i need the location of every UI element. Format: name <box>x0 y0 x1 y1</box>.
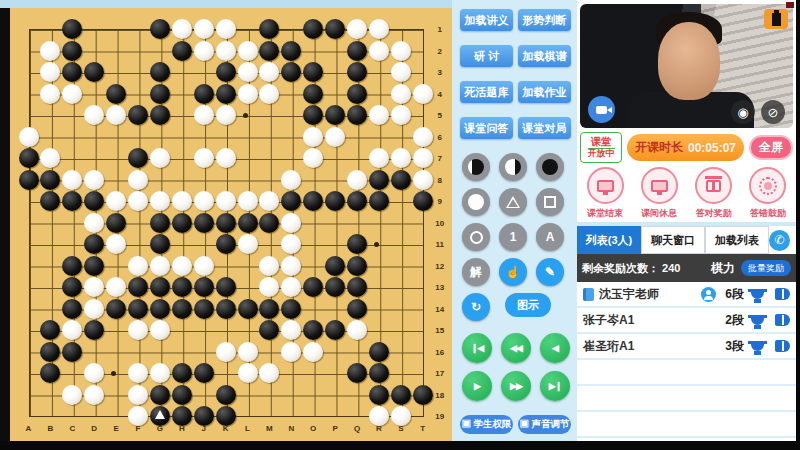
black-stone-A7 <box>19 148 39 168</box>
white-stone-L2 <box>238 41 258 61</box>
white-stone-S4 <box>391 84 411 104</box>
fast-forward-button[interactable]: ▶▶ <box>501 371 531 401</box>
black-stone-G19 <box>150 406 170 426</box>
white-stone-F18 <box>128 385 148 405</box>
mute-bell-button[interactable]: ⊘ <box>761 100 785 124</box>
white-stone-T8 <box>413 170 433 190</box>
row-label: 9 <box>433 197 447 206</box>
hoshi-point <box>374 242 379 247</box>
book-icon[interactable] <box>775 288 790 300</box>
black-stone-A8 <box>19 170 39 190</box>
white-stone-E13 <box>106 277 126 297</box>
step-back-button[interactable]: ◀ <box>540 333 570 363</box>
column-label: B <box>44 424 56 433</box>
white-stone-G17 <box>150 363 170 383</box>
student-rank: 3段 <box>725 338 744 355</box>
panel-button-加载作业[interactable]: 加载作业 <box>518 81 571 103</box>
white-stone-D10 <box>84 213 104 233</box>
white-stone-R7 <box>369 148 389 168</box>
number-label-tool[interactable]: 1 <box>499 223 527 251</box>
row-label: 19 <box>433 412 447 421</box>
white-stone-R5 <box>369 105 389 125</box>
row-label: 2 <box>433 47 447 56</box>
column-label: F <box>132 424 144 433</box>
black-stone-S18 <box>391 385 411 405</box>
black-stone-T18 <box>413 385 433 405</box>
column-label: C <box>66 424 78 433</box>
black-stone-G4 <box>150 84 170 104</box>
black-stone-J17 <box>194 363 214 383</box>
white-stone-J12 <box>194 256 214 276</box>
black-stone-E4 <box>106 84 126 104</box>
row-label: 8 <box>433 176 447 185</box>
black-stone-G13 <box>150 277 170 297</box>
black-stone-K3 <box>216 62 236 82</box>
alt-black-stone-tool[interactable] <box>462 153 490 181</box>
black-stone-Q17 <box>347 363 367 383</box>
student-rank: 2段 <box>725 312 744 329</box>
white-stone-K9 <box>216 191 236 211</box>
black-stone-H19 <box>172 406 192 426</box>
black-stone-G11 <box>150 234 170 254</box>
column-label: G <box>154 424 166 433</box>
left-edge <box>0 8 10 442</box>
white-stone-E5 <box>106 105 126 125</box>
camera-icon <box>596 106 607 114</box>
black-stone-D12 <box>84 256 104 276</box>
column-label: Q <box>351 424 363 433</box>
white-stone-L9 <box>238 191 258 211</box>
battery-indicator <box>764 9 788 29</box>
white-stone-S5 <box>391 105 411 125</box>
black-stone-M2 <box>259 41 279 61</box>
white-stone-L4 <box>238 84 258 104</box>
white-stone-tool[interactable] <box>462 188 490 216</box>
black-stone-P1 <box>325 19 345 39</box>
row-label: 14 <box>433 305 447 314</box>
row-label: 10 <box>433 219 447 228</box>
white-stone-F9 <box>128 191 148 211</box>
black-stone-H14 <box>172 299 192 319</box>
panel-button-研 讨[interactable]: 研 讨 <box>460 45 513 67</box>
white-stone-D14 <box>84 299 104 319</box>
white-stone-C8 <box>62 170 82 190</box>
white-stone-R19 <box>369 406 389 426</box>
white-stone-S3 <box>391 62 411 82</box>
black-stone-G5 <box>150 105 170 125</box>
black-stone-C2 <box>62 41 82 61</box>
black-stone-F5 <box>128 105 148 125</box>
white-stone-F8 <box>128 170 148 190</box>
black-stone-J19 <box>194 406 214 426</box>
pointer-tool[interactable]: ☝ <box>499 258 527 286</box>
black-stone-C14 <box>62 299 82 319</box>
black-stone-G3 <box>150 62 170 82</box>
black-stone-Q11 <box>347 234 367 254</box>
black-stone-R16 <box>369 342 389 362</box>
fast-rewind-button[interactable]: ◀◀ <box>501 333 531 363</box>
row-label: 15 <box>433 326 447 335</box>
white-stone-G12 <box>150 256 170 276</box>
white-stone-F19 <box>128 406 148 426</box>
black-stone-R8 <box>369 170 389 190</box>
white-stone-Q15 <box>347 320 367 340</box>
white-stone-G15 <box>150 320 170 340</box>
square-icon <box>544 196 556 208</box>
column-label: H <box>176 424 188 433</box>
column-label: P <box>329 424 341 433</box>
row-label: 13 <box>433 283 447 292</box>
remaining-rewards: 剩余奖励次数： 240 <box>582 261 705 276</box>
hand-icon: ☝ <box>506 265 521 279</box>
triangle-mark-tool[interactable] <box>499 188 527 216</box>
row-label: 12 <box>433 262 447 271</box>
panel-button-加载讲义[interactable]: 加载讲义 <box>460 9 513 31</box>
book-icon[interactable] <box>775 340 790 352</box>
white-stone-N8 <box>281 170 301 190</box>
black-stone-T9 <box>413 191 433 211</box>
skip-start-button[interactable]: ❙◀ <box>462 333 492 363</box>
black-stone-G10 <box>150 213 170 233</box>
white-stone-F15 <box>128 320 148 340</box>
brush-icon: ✎ <box>545 265 555 279</box>
tab-聊天窗口[interactable]: 聊天窗口 <box>641 226 705 254</box>
student-row[interactable]: 崔圣珩A13段 <box>577 334 796 360</box>
letter-label-tool[interactable]: A <box>536 223 564 251</box>
black-stone-J10 <box>194 213 214 233</box>
action-课堂结束[interactable]: 课堂结束 <box>580 167 630 220</box>
column-label: M <box>263 424 275 433</box>
panel-button-课堂对局[interactable]: 课堂对局 <box>518 117 571 139</box>
empty-row <box>577 412 796 438</box>
white-stone-K16 <box>216 342 236 362</box>
black-stone-N14 <box>281 299 301 319</box>
white-stone-J5 <box>194 105 214 125</box>
black-stone-P12 <box>325 256 345 276</box>
circle-mark-tool[interactable] <box>462 223 490 251</box>
class-open-badge: 课堂 开放中 <box>580 132 622 163</box>
white-stone-E9 <box>106 191 126 211</box>
white-stone-K7 <box>216 148 236 168</box>
empty-row <box>577 386 796 412</box>
white-stone-F17 <box>128 363 148 383</box>
trophy-icon[interactable] <box>751 315 764 325</box>
video-call-button[interactable] <box>588 96 615 123</box>
black-stone-E14 <box>106 299 126 319</box>
black-stone-H18 <box>172 385 192 405</box>
black-stone-Q5 <box>347 105 367 125</box>
white-stone-S19 <box>391 406 411 426</box>
white-stone-K5 <box>216 105 236 125</box>
white-stone-H1 <box>172 19 192 39</box>
black-stone-R9 <box>369 191 389 211</box>
right-edge <box>796 0 800 450</box>
white-stone-B4 <box>40 84 60 104</box>
white-stone-L3 <box>238 62 258 82</box>
white-stone-D8 <box>84 170 104 190</box>
white-stone-R1 <box>369 19 389 39</box>
circle-icon <box>470 231 483 244</box>
black-stone-Q13 <box>347 277 367 297</box>
reward-info-bar: 剩余奖励次数： 240 棋力 批量奖励 <box>577 254 796 282</box>
row-label: 16 <box>433 348 447 357</box>
play-button[interactable]: ▶ <box>462 371 492 401</box>
black-stone-K10 <box>216 213 236 233</box>
white-stone-J7 <box>194 148 214 168</box>
black-stone-R18 <box>369 385 389 405</box>
column-label: O <box>307 424 319 433</box>
teacher-face <box>658 22 720 100</box>
triangle-icon <box>506 196 520 208</box>
notebook-icon <box>583 288 594 301</box>
white-stone-H9 <box>172 191 192 211</box>
white-stone-A6 <box>19 127 39 147</box>
hoshi-point <box>111 371 116 376</box>
refresh-tool[interactable]: ↻ <box>462 293 490 321</box>
medal-icon <box>759 177 777 195</box>
column-label: S <box>395 424 407 433</box>
black-stone-B16 <box>40 342 60 362</box>
black-stone-J4 <box>194 84 214 104</box>
white-stone-J2 <box>194 41 214 61</box>
white-stone-R2 <box>369 41 389 61</box>
black-stone-G14 <box>150 299 170 319</box>
hoshi-point <box>243 113 248 118</box>
black-stone-P15 <box>325 320 345 340</box>
white-stone-T6 <box>413 127 433 147</box>
white-stone-D18 <box>84 385 104 405</box>
white-stone-C18 <box>62 385 82 405</box>
teacher-video: ◉ ⊘ <box>580 4 793 128</box>
black-stone-L14 <box>238 299 258 319</box>
black-stone-tool[interactable] <box>536 153 564 181</box>
brush-tool[interactable]: ✎ <box>536 258 564 286</box>
app-window: ABCDEFGHJKLMNOPQRST123456789101112131415… <box>0 0 800 450</box>
white-stone-J1 <box>194 19 214 39</box>
last-move-marker <box>155 410 165 419</box>
white-stone-P6 <box>325 127 345 147</box>
tab-列表(3人)[interactable]: 列表(3人) <box>577 226 641 254</box>
panel-button-加载棋谱[interactable]: 加载棋谱 <box>518 45 571 67</box>
white-stone-L16 <box>238 342 258 362</box>
panel-button-死活题库[interactable]: 死活题库 <box>460 81 513 103</box>
phone-icon[interactable]: ✆ <box>769 230 790 251</box>
column-label: J <box>198 424 210 433</box>
student-row[interactable]: 沈玉宇老师6段 <box>577 282 796 308</box>
white-stone-B2 <box>40 41 60 61</box>
window-bottom-bar <box>0 441 800 450</box>
white-stone-K1 <box>216 19 236 39</box>
row-label: 7 <box>433 154 447 163</box>
black-stone-P5 <box>325 105 345 125</box>
white-stone-S2 <box>391 41 411 61</box>
row-label: 5 <box>433 111 447 120</box>
white-stone-J9 <box>194 191 214 211</box>
black-stone-P13 <box>325 277 345 297</box>
white-stone-Q8 <box>347 170 367 190</box>
column-label: D <box>88 424 100 433</box>
black-stone-B8 <box>40 170 60 190</box>
white-stone-N12 <box>281 256 301 276</box>
skip-end-button[interactable]: ▶❙ <box>540 371 570 401</box>
square-mark-tool[interactable] <box>536 188 564 216</box>
black-stone-Q9 <box>347 191 367 211</box>
white-stone-C4 <box>62 84 82 104</box>
trophy-icon[interactable] <box>751 289 764 299</box>
row-label: 17 <box>433 369 447 378</box>
diagram-button[interactable]: 图示 <box>505 293 551 317</box>
black-stone-K4 <box>216 84 236 104</box>
student-name: 张子岑A1 <box>583 312 634 329</box>
black-stone-G1 <box>150 19 170 39</box>
tab-加载列表[interactable]: 加载列表 <box>705 226 769 254</box>
black-stone-J14 <box>194 299 214 319</box>
trophy-icon[interactable] <box>751 341 764 351</box>
black-stone-K18 <box>216 385 236 405</box>
fullscreen-button[interactable]: 全屏 <box>749 135 793 160</box>
row-label: 3 <box>433 68 447 77</box>
row-label: 18 <box>433 391 447 400</box>
column-label: A <box>23 424 35 433</box>
row-label: 1 <box>433 25 447 34</box>
alt-white-stone-tool[interactable] <box>499 153 527 181</box>
column-label: R <box>373 424 385 433</box>
white-stone-M4 <box>259 84 279 104</box>
black-stone-H10 <box>172 213 192 233</box>
class-duration: 开课时长 00:05:07 <box>627 134 744 161</box>
student-name: 崔圣珩A1 <box>583 338 634 355</box>
panel-button-课堂问答[interactable]: 课堂问答 <box>460 117 513 139</box>
white-stone-K2 <box>216 41 236 61</box>
row-label: 6 <box>433 133 447 142</box>
panel-button-形势判断[interactable]: 形势判断 <box>518 9 571 31</box>
black-stone-F13 <box>128 277 148 297</box>
record-indicator <box>786 2 794 8</box>
black-stone-H13 <box>172 277 192 297</box>
white-stone-N16 <box>281 342 301 362</box>
white-stone-T4 <box>413 84 433 104</box>
black-stone-Q12 <box>347 256 367 276</box>
black-stone-Q4 <box>347 84 367 104</box>
white-stone-Q1 <box>347 19 367 39</box>
black-stone-K19 <box>216 406 236 426</box>
black-stone-C12 <box>62 256 82 276</box>
black-stone-L10 <box>238 213 258 233</box>
panel-button-声音调节[interactable]: ▣ 声音调节 <box>518 415 571 434</box>
action-答对奖励[interactable]: 答对奖励 <box>689 167 739 220</box>
answer-tool[interactable]: 解 <box>462 258 490 286</box>
white-stone-S7 <box>391 148 411 168</box>
black-stone-M10 <box>259 213 279 233</box>
refresh-icon: ↻ <box>471 300 481 314</box>
go-board[interactable]: ABCDEFGHJKLMNOPQRST123456789101112131415… <box>10 8 452 441</box>
column-label: T <box>417 424 429 433</box>
column-label: N <box>285 424 297 433</box>
black-stone-K11 <box>216 234 236 254</box>
black-stone-O4 <box>303 84 323 104</box>
white-stone-O16 <box>303 342 323 362</box>
gift-icon <box>706 180 721 192</box>
black-stone-Q14 <box>347 299 367 319</box>
black-stone-S8 <box>391 170 411 190</box>
white-stone-L11 <box>238 234 258 254</box>
panel-button-学生权限[interactable]: ▣ 学生权限 <box>460 415 513 434</box>
white-stone-N10 <box>281 213 301 233</box>
column-label: E <box>110 424 122 433</box>
black-stone-G18 <box>150 385 170 405</box>
student-rank: 6段 <box>725 286 744 303</box>
monitor-icon <box>651 180 668 192</box>
white-stone-O6 <box>303 127 323 147</box>
white-stone-M12 <box>259 256 279 276</box>
black-stone-J13 <box>194 277 214 297</box>
action-答错鼓励[interactable]: 答错鼓励 <box>743 167 793 220</box>
monitor-icon <box>597 180 614 192</box>
black-stone-M14 <box>259 299 279 319</box>
white-stone-F12 <box>128 256 148 276</box>
black-stone-Q3 <box>347 62 367 82</box>
book-icon[interactable] <box>775 314 790 326</box>
batch-reward-button[interactable]: 批量奖励 <box>741 260 791 276</box>
black-stone-R17 <box>369 363 389 383</box>
classroom-panel: ◉ ⊘ 课堂 开放中 开课时长 00:05:07 全屏 课堂结束课间休息答对奖励… <box>577 0 796 441</box>
switch-camera-button[interactable]: ◉ <box>731 100 755 124</box>
black-stone-K14 <box>216 299 236 319</box>
row-label: 11 <box>433 240 447 249</box>
black-stone-E10 <box>106 213 126 233</box>
white-stone-H12 <box>172 256 192 276</box>
black-stone-F14 <box>128 299 148 319</box>
column-label: K <box>220 424 232 433</box>
black-stone-C16 <box>62 342 82 362</box>
empty-row <box>577 360 796 386</box>
person-icon <box>701 287 716 302</box>
black-stone-P9 <box>325 191 345 211</box>
black-stone-H17 <box>172 363 192 383</box>
white-stone-E11 <box>106 234 126 254</box>
column-label: L <box>242 424 254 433</box>
row-label: 4 <box>433 90 447 99</box>
black-stone-H2 <box>172 41 192 61</box>
student-row[interactable]: 张子岑A12段 <box>577 308 796 334</box>
action-课间休息[interactable]: 课间休息 <box>634 167 684 220</box>
white-stone-G7 <box>150 148 170 168</box>
black-stone-N2 <box>281 41 301 61</box>
white-stone-T7 <box>413 148 433 168</box>
black-stone-Q2 <box>347 41 367 61</box>
tool-panel: 加载讲义形势判断研 讨加载棋谱死活题库加载作业课堂问答课堂对局 1 A 解 ☝ … <box>452 0 577 441</box>
strength-column-header: 棋力 <box>711 260 735 277</box>
student-name: 沈玉宇老师 <box>599 286 659 303</box>
black-stone-F7 <box>128 148 148 168</box>
class-timer: 00:05:07 <box>688 141 736 155</box>
black-stone-K13 <box>216 277 236 297</box>
white-stone-G9 <box>150 191 170 211</box>
white-stone-L17 <box>238 363 258 383</box>
